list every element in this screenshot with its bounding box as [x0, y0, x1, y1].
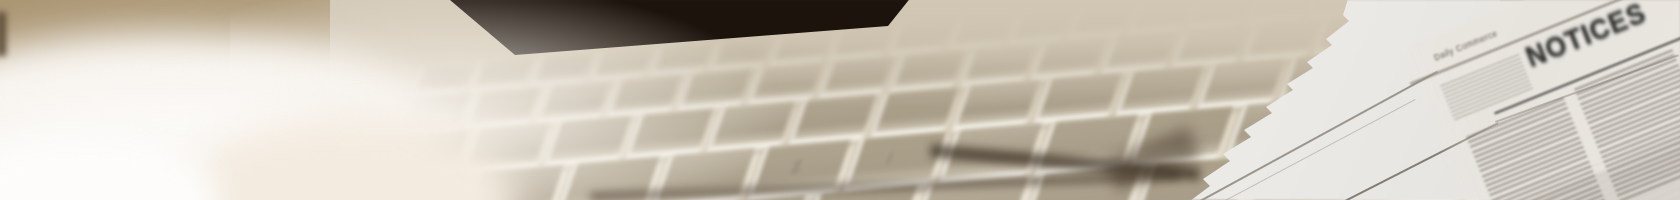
key-legend: /: [887, 149, 893, 167]
key-legend: Z: [792, 157, 803, 175]
frame-edge-shadow: [0, 12, 6, 56]
photo-banner: Z/ Daily Commerce NOTICES: [0, 0, 1680, 200]
